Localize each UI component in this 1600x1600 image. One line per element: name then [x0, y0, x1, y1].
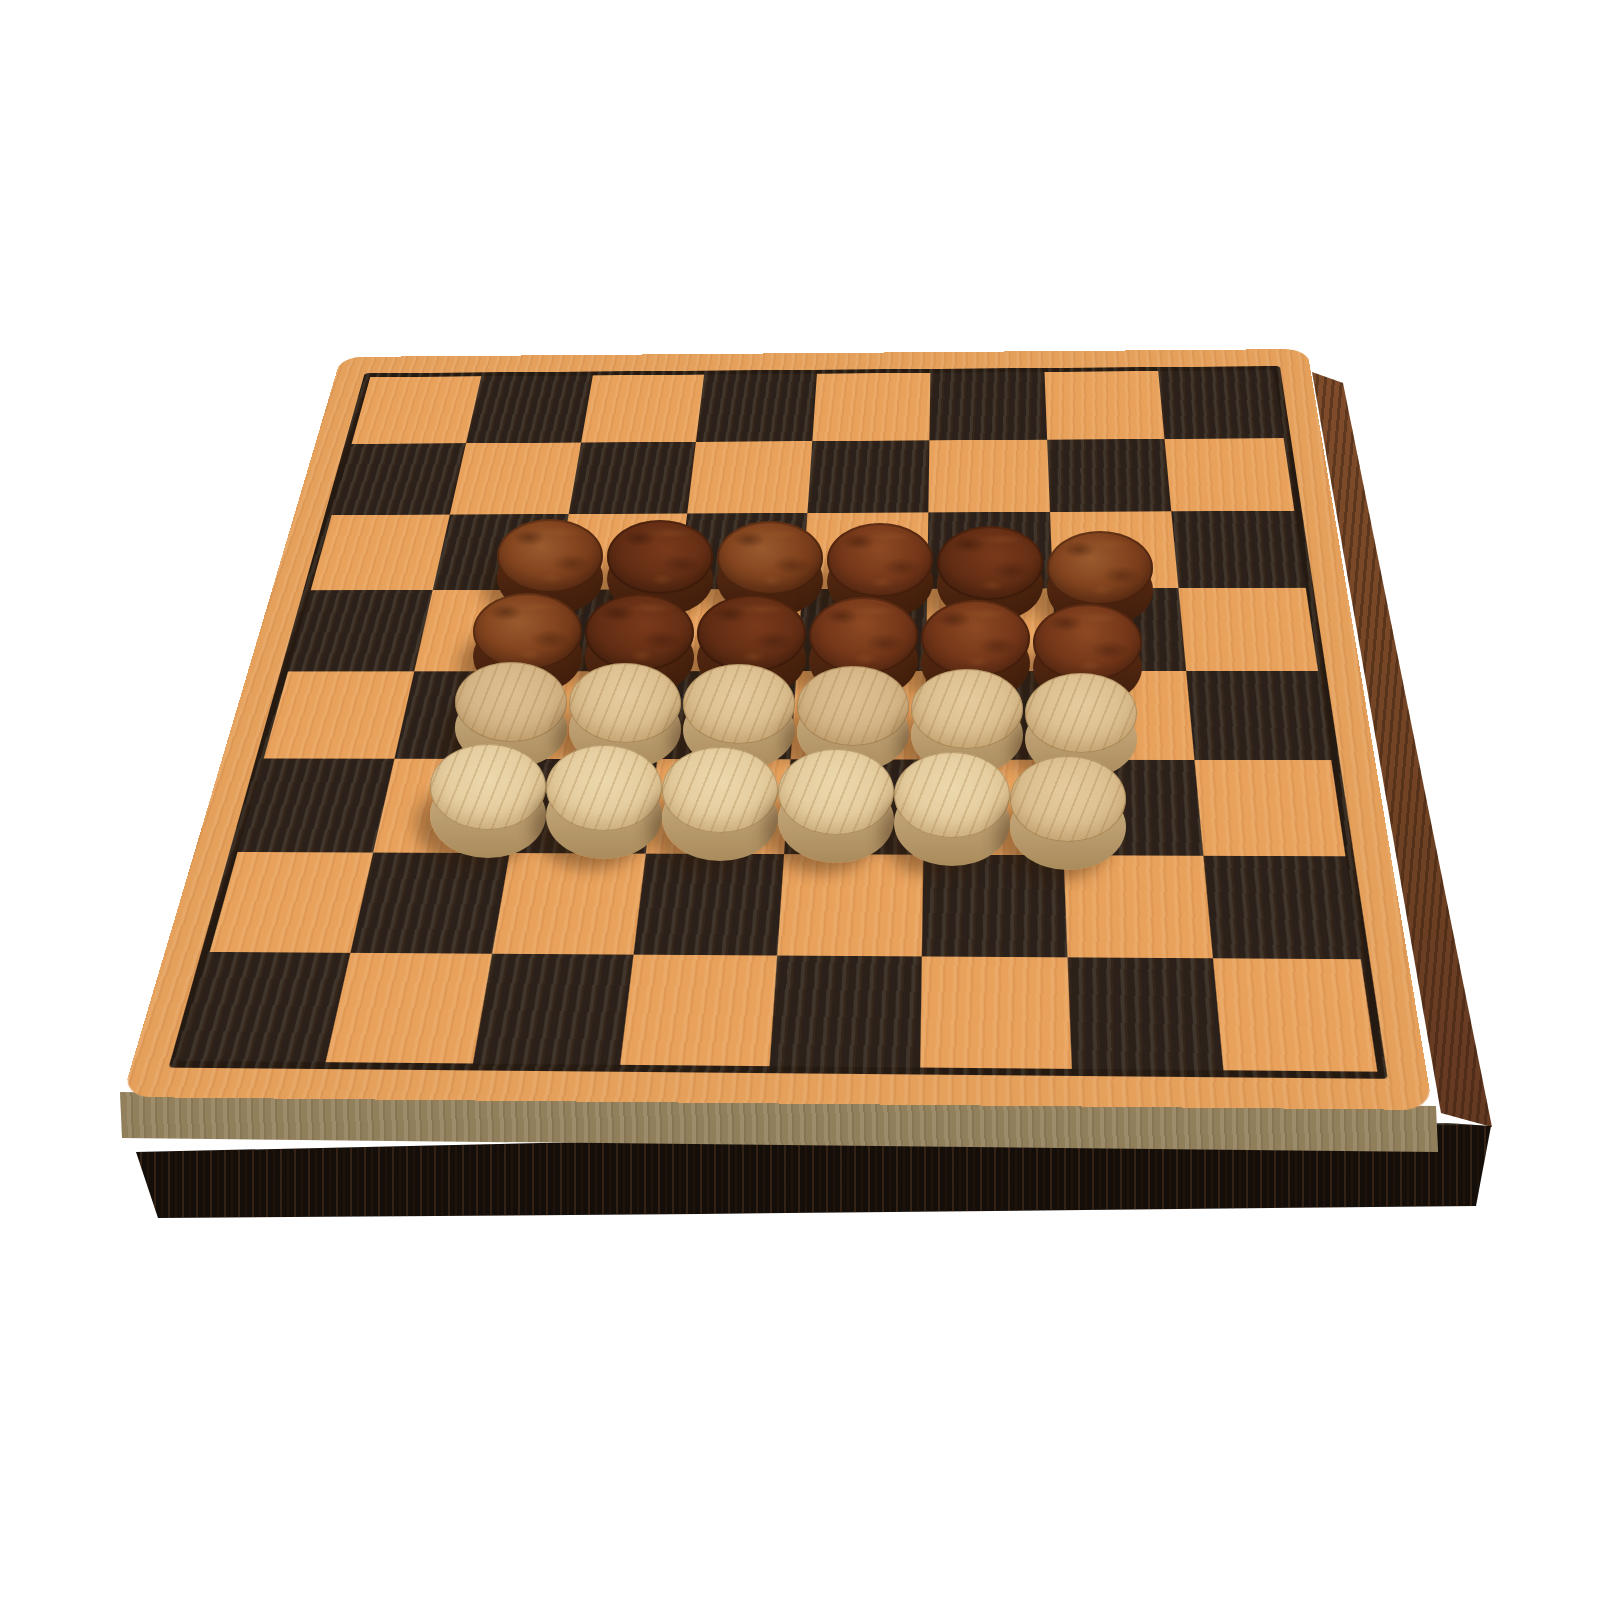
board-square[interactable]: [264, 671, 414, 758]
board-square[interactable]: [288, 590, 432, 671]
board-square[interactable]: [350, 852, 509, 954]
checker-piece-light[interactable]: [778, 749, 894, 863]
piece-top-face: [717, 521, 823, 595]
piece-top-face: [1033, 604, 1142, 681]
checker-piece-light[interactable]: [430, 744, 546, 858]
checker-piece-light[interactable]: [546, 745, 662, 859]
piece-top-face: [697, 595, 806, 672]
board-square[interactable]: [491, 853, 646, 955]
board-square[interactable]: [466, 375, 593, 443]
product-photo-scene: [0, 0, 1600, 1600]
board-square[interactable]: [1195, 760, 1346, 856]
checker-piece-light[interactable]: [662, 747, 778, 861]
piece-top-face: [921, 600, 1030, 677]
checker-piece-light[interactable]: [894, 752, 1010, 866]
board-square[interactable]: [1047, 439, 1172, 512]
board-square[interactable]: [928, 440, 1049, 513]
board-square[interactable]: [620, 955, 777, 1066]
piece-top-face: [662, 747, 778, 833]
piece-top-face: [1025, 673, 1137, 753]
board-square[interactable]: [920, 957, 1071, 1069]
board-square[interactable]: [311, 514, 450, 590]
board-square[interactable]: [352, 376, 481, 443]
board-square[interactable]: [1186, 671, 1331, 760]
piece-top-face: [797, 666, 909, 746]
piece-top-face: [607, 520, 713, 594]
board-square[interactable]: [687, 441, 812, 513]
board-square[interactable]: [238, 758, 395, 852]
board-square[interactable]: [1063, 855, 1213, 959]
piece-top-face: [497, 519, 603, 593]
piece-top-face: [937, 526, 1043, 600]
piece-top-face: [1047, 531, 1153, 605]
board-square[interactable]: [450, 442, 581, 514]
board-square[interactable]: [1165, 438, 1295, 511]
piece-top-face: [455, 662, 567, 742]
piece-top-face: [473, 593, 582, 670]
board-square[interactable]: [777, 854, 923, 957]
board-square[interactable]: [210, 852, 373, 953]
board-square[interactable]: [1179, 588, 1318, 671]
piece-top-face: [809, 597, 918, 674]
board-square[interactable]: [807, 440, 929, 512]
board-square[interactable]: [1158, 370, 1283, 439]
board-square[interactable]: [1044, 371, 1165, 439]
checker-piece-light[interactable]: [1010, 756, 1126, 870]
board-square[interactable]: [332, 443, 466, 515]
board-square[interactable]: [634, 853, 784, 956]
piece-top-face: [894, 752, 1010, 838]
board-square[interactable]: [1204, 855, 1361, 959]
piece-top-face: [778, 749, 894, 835]
piece-top-face: [827, 523, 933, 597]
board-square[interactable]: [770, 956, 922, 1068]
piece-top-face: [911, 669, 1023, 749]
board-square[interactable]: [472, 954, 633, 1065]
piece-top-face: [546, 745, 662, 831]
board-square[interactable]: [568, 442, 696, 514]
piece-top-face: [683, 664, 795, 744]
piece-top-face: [585, 594, 694, 671]
board-square[interactable]: [1067, 958, 1224, 1071]
board-square[interactable]: [1213, 959, 1377, 1072]
board-square[interactable]: [581, 375, 705, 443]
board-square[interactable]: [696, 374, 817, 442]
board-square[interactable]: [179, 952, 350, 1062]
board-square[interactable]: [929, 372, 1046, 440]
piece-top-face: [1010, 756, 1126, 842]
piece-top-face: [569, 663, 681, 743]
board-square[interactable]: [1172, 510, 1306, 588]
board-square[interactable]: [812, 373, 930, 441]
board-square[interactable]: [325, 953, 491, 1063]
piece-top-face: [430, 744, 546, 830]
